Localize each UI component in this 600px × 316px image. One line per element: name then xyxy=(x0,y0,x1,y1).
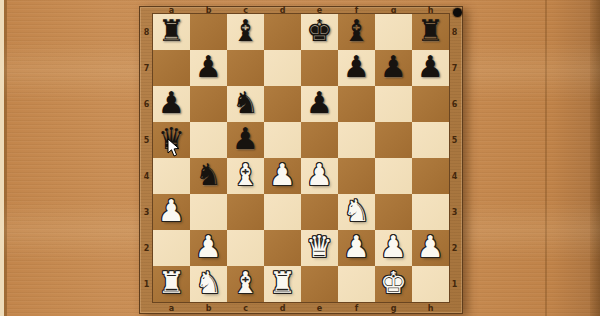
coordinate-label: 2 xyxy=(140,230,153,266)
piece-black-knight[interactable]: ♞ xyxy=(232,85,259,121)
square-b7[interactable]: ♟ xyxy=(190,50,227,86)
square-c1[interactable]: ♝ xyxy=(227,266,264,302)
square-e2[interactable]: ♛ xyxy=(301,230,338,266)
coordinate-label: e xyxy=(301,302,338,315)
square-g1[interactable]: ♚ xyxy=(375,266,412,302)
square-f3[interactable]: ♞ xyxy=(338,194,375,230)
piece-black-pawn[interactable]: ♟ xyxy=(158,85,185,121)
square-c4[interactable]: ♝ xyxy=(227,158,264,194)
piece-white-pawn[interactable]: ♟ xyxy=(417,229,444,265)
coordinate-label: 7 xyxy=(447,50,462,86)
square-b3[interactable] xyxy=(190,194,227,230)
piece-black-pawn[interactable]: ♟ xyxy=(380,49,407,85)
piece-white-rook[interactable]: ♜ xyxy=(269,265,296,301)
square-e4[interactable]: ♟ xyxy=(301,158,338,194)
square-d3[interactable] xyxy=(264,194,301,230)
square-a6[interactable]: ♟ xyxy=(153,86,190,122)
square-g6[interactable] xyxy=(375,86,412,122)
square-h2[interactable]: ♟ xyxy=(412,230,449,266)
square-f6[interactable] xyxy=(338,86,375,122)
piece-white-pawn[interactable]: ♟ xyxy=(380,229,407,265)
piece-white-king[interactable]: ♚ xyxy=(380,265,407,301)
piece-black-rook[interactable]: ♜ xyxy=(158,13,185,49)
piece-black-pawn[interactable]: ♟ xyxy=(232,121,259,157)
piece-white-bishop[interactable]: ♝ xyxy=(232,157,259,193)
square-d7[interactable] xyxy=(264,50,301,86)
square-c7[interactable] xyxy=(227,50,264,86)
square-a1[interactable]: ♜ xyxy=(153,266,190,302)
coordinate-label: d xyxy=(264,302,301,315)
square-e5[interactable] xyxy=(301,122,338,158)
file-labels-bottom: abcdefgh xyxy=(153,302,449,315)
coordinate-label: a xyxy=(153,302,190,315)
square-g4[interactable] xyxy=(375,158,412,194)
piece-black-king[interactable]: ♚ xyxy=(306,13,333,49)
square-h7[interactable]: ♟ xyxy=(412,50,449,86)
square-h6[interactable] xyxy=(412,86,449,122)
square-c8[interactable]: ♝ xyxy=(227,14,264,50)
piece-black-knight[interactable]: ♞ xyxy=(195,157,222,193)
coordinate-label: 3 xyxy=(447,194,462,230)
square-f7[interactable]: ♟ xyxy=(338,50,375,86)
table-edge-line xyxy=(4,0,7,316)
square-c5[interactable]: ♟ xyxy=(227,122,264,158)
piece-white-bishop[interactable]: ♝ xyxy=(232,265,259,301)
square-b2[interactable]: ♟ xyxy=(190,230,227,266)
coordinate-label: g xyxy=(375,7,412,14)
coordinate-label: d xyxy=(264,7,301,14)
piece-black-pawn[interactable]: ♟ xyxy=(306,85,333,121)
coordinate-label: 6 xyxy=(140,86,153,122)
coordinate-label: c xyxy=(227,302,264,315)
square-e7[interactable] xyxy=(301,50,338,86)
coordinate-label: 8 xyxy=(140,14,153,50)
rank-labels-right: 87654321 xyxy=(447,14,462,302)
square-d1[interactable]: ♜ xyxy=(264,266,301,302)
piece-black-pawn[interactable]: ♟ xyxy=(195,49,222,85)
square-a5[interactable]: ♛ xyxy=(153,122,190,158)
piece-black-rook[interactable]: ♜ xyxy=(417,13,444,49)
file-labels-top: abcdefgh xyxy=(153,7,449,14)
square-f5[interactable] xyxy=(338,122,375,158)
table-edge-shadow xyxy=(590,0,600,316)
piece-white-rook[interactable]: ♜ xyxy=(158,265,185,301)
piece-white-pawn[interactable]: ♟ xyxy=(158,193,185,229)
coordinate-label: 5 xyxy=(140,122,153,158)
square-h8[interactable]: ♜ xyxy=(412,14,449,50)
square-c2[interactable] xyxy=(227,230,264,266)
piece-black-bishop[interactable]: ♝ xyxy=(343,13,370,49)
piece-white-queen[interactable]: ♛ xyxy=(306,229,333,265)
square-c3[interactable] xyxy=(227,194,264,230)
square-b6[interactable] xyxy=(190,86,227,122)
wood-seam xyxy=(545,0,547,316)
square-a8[interactable]: ♜ xyxy=(153,14,190,50)
piece-black-queen[interactable]: ♛ xyxy=(158,121,185,157)
coordinate-label: 1 xyxy=(140,266,153,302)
coordinate-label: 6 xyxy=(447,86,462,122)
piece-white-pawn[interactable]: ♟ xyxy=(195,229,222,265)
coordinate-label: f xyxy=(338,302,375,315)
square-f1[interactable] xyxy=(338,266,375,302)
square-h4[interactable] xyxy=(412,158,449,194)
piece-white-knight[interactable]: ♞ xyxy=(195,265,222,301)
square-f4[interactable] xyxy=(338,158,375,194)
square-h3[interactable] xyxy=(412,194,449,230)
square-a7[interactable] xyxy=(153,50,190,86)
square-b5[interactable] xyxy=(190,122,227,158)
square-f8[interactable]: ♝ xyxy=(338,14,375,50)
square-h5[interactable] xyxy=(412,122,449,158)
square-e8[interactable]: ♚ xyxy=(301,14,338,50)
square-g8[interactable] xyxy=(375,14,412,50)
coordinate-label: h xyxy=(412,302,449,315)
coordinate-label: b xyxy=(190,7,227,14)
square-a2[interactable] xyxy=(153,230,190,266)
chess-board[interactable]: abcdefgh 87654321 87654321 ♜♝♚♝♜♟♟♟♟♟♞♟♛… xyxy=(139,6,463,314)
square-f2[interactable]: ♟ xyxy=(338,230,375,266)
board-squares[interactable]: ♜♝♚♝♜♟♟♟♟♟♞♟♛♟♞♝♟♟♟♞♟♛♟♟♟♜♞♝♜♚ xyxy=(153,14,449,302)
coordinate-label: 7 xyxy=(140,50,153,86)
coordinate-label: b xyxy=(190,302,227,315)
square-g2[interactable]: ♟ xyxy=(375,230,412,266)
piece-white-pawn[interactable]: ♟ xyxy=(343,229,370,265)
coordinate-label: 4 xyxy=(447,158,462,194)
table-background: abcdefgh 87654321 87654321 ♜♝♚♝♜♟♟♟♟♟♞♟♛… xyxy=(0,0,600,316)
piece-black-pawn[interactable]: ♟ xyxy=(417,49,444,85)
rank-labels-left: 87654321 xyxy=(140,14,153,302)
piece-white-pawn[interactable]: ♟ xyxy=(306,157,333,193)
coordinate-label: 4 xyxy=(140,158,153,194)
square-d6[interactable] xyxy=(264,86,301,122)
square-d8[interactable] xyxy=(264,14,301,50)
coordinate-label: 1 xyxy=(447,266,462,302)
coordinate-label: 8 xyxy=(447,14,462,50)
coordinate-label: 5 xyxy=(447,122,462,158)
coordinate-label: g xyxy=(375,302,412,315)
square-h1[interactable] xyxy=(412,266,449,302)
square-d2[interactable] xyxy=(264,230,301,266)
piece-black-bishop[interactable]: ♝ xyxy=(232,13,259,49)
square-e3[interactable] xyxy=(301,194,338,230)
square-b4[interactable]: ♞ xyxy=(190,158,227,194)
square-d4[interactable]: ♟ xyxy=(264,158,301,194)
square-g5[interactable] xyxy=(375,122,412,158)
black-to-move-indicator xyxy=(453,8,462,17)
square-b1[interactable]: ♞ xyxy=(190,266,227,302)
piece-white-pawn[interactable]: ♟ xyxy=(269,157,296,193)
piece-black-pawn[interactable]: ♟ xyxy=(343,49,370,85)
square-e6[interactable]: ♟ xyxy=(301,86,338,122)
square-a4[interactable] xyxy=(153,158,190,194)
piece-white-knight[interactable]: ♞ xyxy=(343,193,370,229)
square-g3[interactable] xyxy=(375,194,412,230)
square-e1[interactable] xyxy=(301,266,338,302)
coordinate-label: 3 xyxy=(140,194,153,230)
square-c6[interactable]: ♞ xyxy=(227,86,264,122)
coordinate-label: 2 xyxy=(447,230,462,266)
square-d5[interactable] xyxy=(264,122,301,158)
square-b8[interactable] xyxy=(190,14,227,50)
square-g7[interactable]: ♟ xyxy=(375,50,412,86)
square-a3[interactable]: ♟ xyxy=(153,194,190,230)
